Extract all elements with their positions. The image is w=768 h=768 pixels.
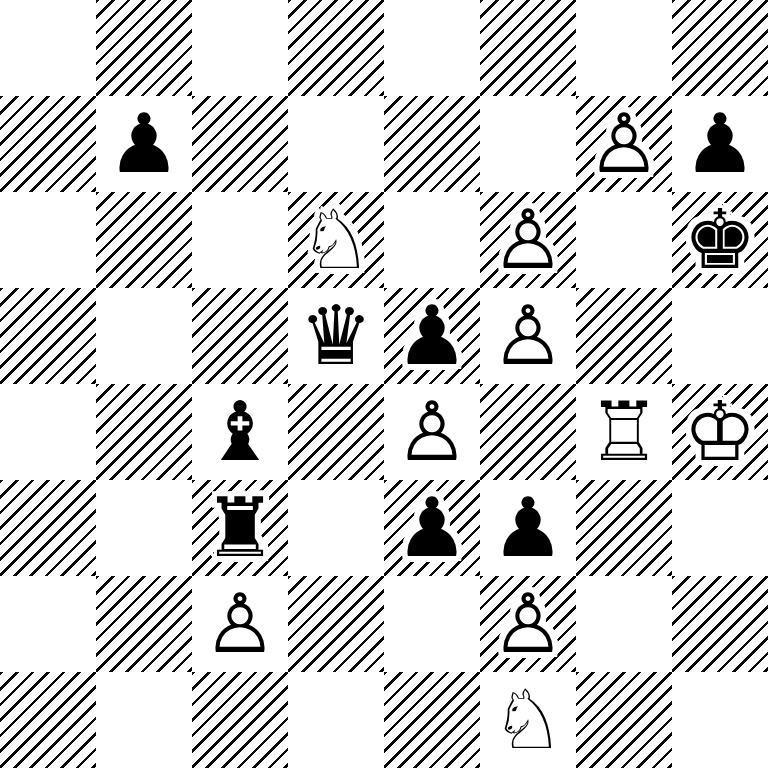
square-h5[interactable] bbox=[672, 288, 768, 384]
square-c8[interactable] bbox=[192, 0, 288, 96]
white-piece-outline: ♔ bbox=[672, 384, 768, 480]
square-a6[interactable] bbox=[0, 192, 96, 288]
square-c2[interactable]: ♟♙ bbox=[192, 576, 288, 672]
black-piece-glyph: ♟ bbox=[384, 288, 480, 384]
black-piece-glyph: ♝ bbox=[192, 384, 288, 480]
square-d3[interactable] bbox=[288, 480, 384, 576]
square-g3[interactable] bbox=[576, 480, 672, 576]
square-e3[interactable]: ♟ bbox=[384, 480, 480, 576]
square-h4[interactable]: ♚♔ bbox=[672, 384, 768, 480]
square-g1[interactable] bbox=[576, 672, 672, 768]
piece-black-queen-d5[interactable]: ♛ bbox=[288, 288, 384, 384]
piece-white-pawn-f6[interactable]: ♟♙ bbox=[480, 192, 576, 288]
square-e2[interactable] bbox=[384, 576, 480, 672]
white-piece-outline: ♙ bbox=[192, 576, 288, 672]
square-e7[interactable] bbox=[384, 96, 480, 192]
white-piece-outline: ♙ bbox=[480, 288, 576, 384]
square-g2[interactable] bbox=[576, 576, 672, 672]
square-e4[interactable]: ♟♙ bbox=[384, 384, 480, 480]
square-b5[interactable] bbox=[96, 288, 192, 384]
black-piece-glyph: ♟ bbox=[672, 96, 768, 192]
square-h6[interactable]: ♚ bbox=[672, 192, 768, 288]
piece-black-king-h6[interactable]: ♚ bbox=[672, 192, 768, 288]
square-a3[interactable] bbox=[0, 480, 96, 576]
black-piece-glyph: ♟ bbox=[384, 480, 480, 576]
square-e8[interactable] bbox=[384, 0, 480, 96]
square-h2[interactable] bbox=[672, 576, 768, 672]
square-g4[interactable]: ♜♖ bbox=[576, 384, 672, 480]
square-c1[interactable] bbox=[192, 672, 288, 768]
black-piece-glyph: ♟ bbox=[96, 96, 192, 192]
white-piece-outline: ♖ bbox=[576, 384, 672, 480]
square-h3[interactable] bbox=[672, 480, 768, 576]
square-d2[interactable] bbox=[288, 576, 384, 672]
white-piece-outline: ♙ bbox=[480, 192, 576, 288]
square-b3[interactable] bbox=[96, 480, 192, 576]
white-piece-outline: ♙ bbox=[480, 576, 576, 672]
square-f1[interactable]: ♞♘ bbox=[480, 672, 576, 768]
square-h1[interactable] bbox=[672, 672, 768, 768]
black-piece-glyph: ♟ bbox=[480, 480, 576, 576]
square-f3[interactable]: ♟ bbox=[480, 480, 576, 576]
piece-black-rook-c3[interactable]: ♜ bbox=[192, 480, 288, 576]
square-f7[interactable] bbox=[480, 96, 576, 192]
square-f5[interactable]: ♟♙ bbox=[480, 288, 576, 384]
black-piece-glyph: ♚ bbox=[672, 192, 768, 288]
square-h7[interactable]: ♟ bbox=[672, 96, 768, 192]
piece-black-pawn-e3[interactable]: ♟ bbox=[384, 480, 480, 576]
square-a2[interactable] bbox=[0, 576, 96, 672]
piece-white-knight-f1[interactable]: ♞♘ bbox=[480, 672, 576, 768]
square-e1[interactable] bbox=[384, 672, 480, 768]
square-b4[interactable] bbox=[96, 384, 192, 480]
piece-black-pawn-e5[interactable]: ♟ bbox=[384, 288, 480, 384]
square-b8[interactable] bbox=[96, 0, 192, 96]
piece-black-pawn-h7[interactable]: ♟ bbox=[672, 96, 768, 192]
square-f2[interactable]: ♟♙ bbox=[480, 576, 576, 672]
square-c5[interactable] bbox=[192, 288, 288, 384]
square-a5[interactable] bbox=[0, 288, 96, 384]
piece-white-pawn-c2[interactable]: ♟♙ bbox=[192, 576, 288, 672]
square-h8[interactable] bbox=[672, 0, 768, 96]
square-g5[interactable] bbox=[576, 288, 672, 384]
square-e6[interactable] bbox=[384, 192, 480, 288]
square-g7[interactable]: ♟♙ bbox=[576, 96, 672, 192]
piece-black-bishop-c4[interactable]: ♝ bbox=[192, 384, 288, 480]
square-b1[interactable] bbox=[96, 672, 192, 768]
square-g6[interactable] bbox=[576, 192, 672, 288]
square-c4[interactable]: ♝ bbox=[192, 384, 288, 480]
white-piece-outline: ♙ bbox=[384, 384, 480, 480]
square-f6[interactable]: ♟♙ bbox=[480, 192, 576, 288]
square-d8[interactable] bbox=[288, 0, 384, 96]
square-e5[interactable]: ♟ bbox=[384, 288, 480, 384]
square-d6[interactable]: ♞♘ bbox=[288, 192, 384, 288]
piece-white-pawn-g7[interactable]: ♟♙ bbox=[576, 96, 672, 192]
square-g8[interactable] bbox=[576, 0, 672, 96]
square-b6[interactable] bbox=[96, 192, 192, 288]
square-d4[interactable] bbox=[288, 384, 384, 480]
square-a8[interactable] bbox=[0, 0, 96, 96]
white-piece-outline: ♘ bbox=[288, 192, 384, 288]
square-a7[interactable] bbox=[0, 96, 96, 192]
piece-white-pawn-e4[interactable]: ♟♙ bbox=[384, 384, 480, 480]
piece-white-pawn-f2[interactable]: ♟♙ bbox=[480, 576, 576, 672]
piece-black-pawn-f3[interactable]: ♟ bbox=[480, 480, 576, 576]
square-c3[interactable]: ♜ bbox=[192, 480, 288, 576]
piece-white-pawn-f5[interactable]: ♟♙ bbox=[480, 288, 576, 384]
white-piece-outline: ♘ bbox=[480, 672, 576, 768]
square-d7[interactable] bbox=[288, 96, 384, 192]
square-a1[interactable] bbox=[0, 672, 96, 768]
piece-black-pawn-b7[interactable]: ♟ bbox=[96, 96, 192, 192]
chess-board: ♟♟♙♟♞♘♟♙♚♛♟♟♙♝♟♙♜♖♚♔♜♟♟♟♙♟♙♞♘ bbox=[0, 0, 768, 768]
black-piece-glyph: ♜ bbox=[192, 480, 288, 576]
square-b2[interactable] bbox=[96, 576, 192, 672]
square-f4[interactable] bbox=[480, 384, 576, 480]
square-c6[interactable] bbox=[192, 192, 288, 288]
square-d1[interactable] bbox=[288, 672, 384, 768]
piece-white-knight-d6[interactable]: ♞♘ bbox=[288, 192, 384, 288]
square-f8[interactable] bbox=[480, 0, 576, 96]
square-a4[interactable] bbox=[0, 384, 96, 480]
piece-white-king-h4[interactable]: ♚♔ bbox=[672, 384, 768, 480]
black-piece-glyph: ♛ bbox=[288, 288, 384, 384]
white-piece-outline: ♙ bbox=[576, 96, 672, 192]
square-b7[interactable]: ♟ bbox=[96, 96, 192, 192]
square-d5[interactable]: ♛ bbox=[288, 288, 384, 384]
piece-white-rook-g4[interactable]: ♜♖ bbox=[576, 384, 672, 480]
square-c7[interactable] bbox=[192, 96, 288, 192]
